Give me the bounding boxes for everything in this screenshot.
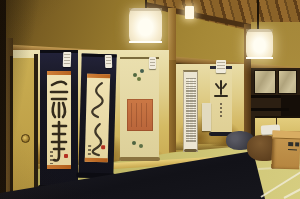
screen-frame [34, 54, 38, 199]
label-tag [105, 55, 112, 68]
scroll-za [210, 66, 232, 136]
fusuma-frame [169, 60, 176, 152]
red-seal [101, 145, 105, 149]
screen-frame [10, 56, 13, 199]
scroll-roller [119, 157, 160, 161]
calligraphy-za [213, 79, 229, 99]
label-tag [216, 60, 226, 73]
shelf-opening [281, 95, 300, 116]
ichimonji-strip [47, 71, 71, 75]
metal-fitting [21, 134, 30, 143]
ceiling-light [185, 6, 194, 19]
scroll-buji [40, 50, 78, 190]
paper-strip [202, 103, 211, 131]
lamp-rim [129, 8, 162, 11]
box-print-mark [288, 149, 297, 150]
signature-marks [88, 145, 91, 156]
pendant-lamp-1 [129, 8, 162, 43]
lamp-rim [129, 41, 162, 43]
wood-pillar [168, 8, 176, 64]
label-tag [63, 52, 72, 67]
fine-text-block [186, 78, 196, 142]
cardboard-box [271, 131, 300, 170]
lamp-cord [257, 0, 259, 30]
glass-sliding-door [254, 70, 276, 94]
flower-sprig [132, 69, 150, 83]
scroll-roller [184, 149, 197, 152]
label-tag [149, 57, 156, 69]
scroll-dense-text [183, 70, 198, 152]
ichimonji-strip [85, 158, 108, 163]
box-print-mark [295, 142, 299, 146]
scroll-paper [47, 71, 71, 169]
shikishi-square [127, 99, 153, 131]
signature-marks [50, 151, 53, 164]
shelf-board [251, 108, 289, 111]
ichimonji-strip [47, 165, 71, 169]
red-seal [64, 154, 68, 158]
box-print-mark [288, 142, 293, 146]
glass-sliding-door [278, 70, 297, 94]
flower-sprig [130, 139, 146, 151]
screen-edge-gold-panel [12, 58, 36, 198]
shikishi-writing [131, 103, 149, 127]
box-flap [272, 131, 300, 140]
scroll-paper [85, 74, 110, 163]
room-photo [0, 0, 300, 199]
signature-marks [220, 103, 222, 117]
scroll-cursive [78, 54, 116, 179]
lamp-rim [246, 57, 273, 59]
lamp-rim [246, 29, 273, 32]
pendant-lamp-2 [246, 29, 273, 59]
scroll-hanger-bar [40, 50, 78, 53]
scroll-shikishi [120, 57, 159, 161]
